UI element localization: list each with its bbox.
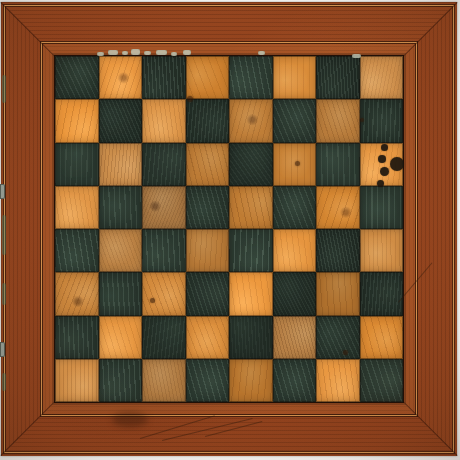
square-d8[interactable] <box>186 56 230 99</box>
square-f5[interactable] <box>273 186 317 229</box>
square-h2[interactable] <box>360 316 404 359</box>
square-f7[interactable] <box>273 99 317 142</box>
square-a5[interactable] <box>55 186 99 229</box>
square-h8[interactable] <box>360 56 404 99</box>
square-h3[interactable] <box>360 272 404 315</box>
square-f1[interactable] <box>273 359 317 402</box>
square-g6[interactable] <box>316 143 360 186</box>
square-c6[interactable] <box>142 143 186 186</box>
square-g1[interactable] <box>316 359 360 402</box>
square-b8[interactable] <box>99 56 143 99</box>
square-c1[interactable] <box>142 359 186 402</box>
square-h4[interactable] <box>360 229 404 272</box>
square-e5[interactable] <box>229 186 273 229</box>
square-e2[interactable] <box>229 316 273 359</box>
square-b3[interactable] <box>99 272 143 315</box>
square-a7[interactable] <box>55 99 99 142</box>
square-f3[interactable] <box>273 272 317 315</box>
square-e7[interactable] <box>229 99 273 142</box>
square-b1[interactable] <box>99 359 143 402</box>
square-b4[interactable] <box>99 229 143 272</box>
square-d3[interactable] <box>186 272 230 315</box>
square-g5[interactable] <box>316 186 360 229</box>
square-e1[interactable] <box>229 359 273 402</box>
square-d6[interactable] <box>186 143 230 186</box>
square-h7[interactable] <box>360 99 404 142</box>
square-c8[interactable] <box>142 56 186 99</box>
square-d7[interactable] <box>186 99 230 142</box>
square-a3[interactable] <box>55 272 99 315</box>
square-a8[interactable] <box>55 56 99 99</box>
square-g8[interactable] <box>316 56 360 99</box>
square-g2[interactable] <box>316 316 360 359</box>
square-f6[interactable] <box>273 143 317 186</box>
wooden-frame <box>1 2 457 456</box>
square-b7[interactable] <box>99 99 143 142</box>
square-a4[interactable] <box>55 229 99 272</box>
square-a1[interactable] <box>55 359 99 402</box>
board-photo <box>0 0 460 460</box>
square-e3[interactable] <box>229 272 273 315</box>
square-d1[interactable] <box>186 359 230 402</box>
square-c7[interactable] <box>142 99 186 142</box>
square-d4[interactable] <box>186 229 230 272</box>
checkerboard <box>55 56 403 402</box>
square-f2[interactable] <box>273 316 317 359</box>
square-a2[interactable] <box>55 316 99 359</box>
square-b6[interactable] <box>99 143 143 186</box>
square-h1[interactable] <box>360 359 404 402</box>
square-g3[interactable] <box>316 272 360 315</box>
square-e6[interactable] <box>229 143 273 186</box>
square-f8[interactable] <box>273 56 317 99</box>
square-g4[interactable] <box>316 229 360 272</box>
square-d5[interactable] <box>186 186 230 229</box>
square-c3[interactable] <box>142 272 186 315</box>
square-h6[interactable] <box>360 143 404 186</box>
square-b5[interactable] <box>99 186 143 229</box>
square-c4[interactable] <box>142 229 186 272</box>
square-e8[interactable] <box>229 56 273 99</box>
square-a6[interactable] <box>55 143 99 186</box>
square-d2[interactable] <box>186 316 230 359</box>
square-f4[interactable] <box>273 229 317 272</box>
square-e4[interactable] <box>229 229 273 272</box>
square-c2[interactable] <box>142 316 186 359</box>
board-grid <box>55 56 403 402</box>
square-b2[interactable] <box>99 316 143 359</box>
square-g7[interactable] <box>316 99 360 142</box>
square-c5[interactable] <box>142 186 186 229</box>
square-h5[interactable] <box>360 186 404 229</box>
